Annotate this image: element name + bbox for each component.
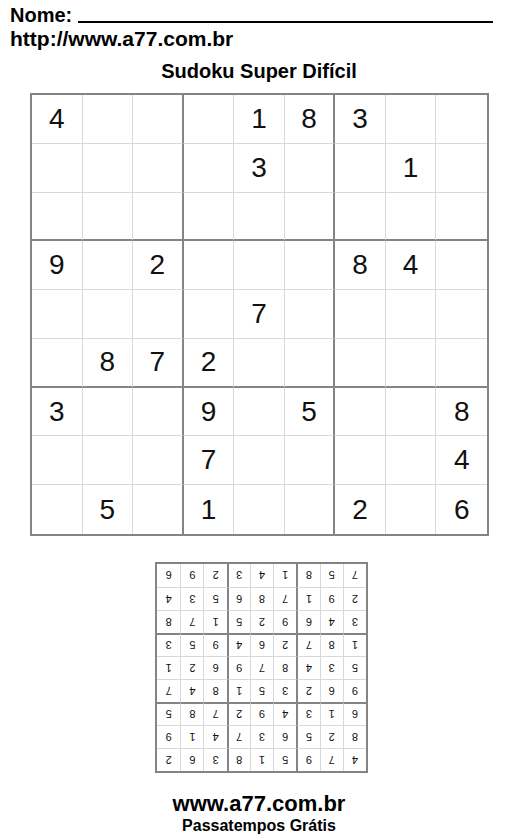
solution-cell: 4 <box>343 748 366 771</box>
sudoku-cell <box>184 241 235 290</box>
sudoku-cell: 2 <box>184 339 235 388</box>
solution-cell: 8 <box>273 656 296 679</box>
sudoku-cell <box>234 339 285 388</box>
sudoku-cell: 3 <box>234 144 285 193</box>
solution-cell: 8 <box>227 748 250 771</box>
sudoku-cell <box>234 436 285 485</box>
sudoku-cell <box>386 436 437 485</box>
sudoku-cell <box>335 290 386 339</box>
solution-cell: 8 <box>296 564 319 587</box>
sudoku-cell: 8 <box>83 339 134 388</box>
solution-cell: 5 <box>227 610 250 633</box>
name-label: Nome: <box>10 4 72 27</box>
sudoku-worksheet: Nome: http://www.a77.com.br Sudoku Super… <box>0 0 518 840</box>
solution-cell: 3 <box>343 610 366 633</box>
sudoku-cell <box>83 144 134 193</box>
solution-cell: 4 <box>296 656 319 679</box>
sudoku-cell <box>83 241 134 290</box>
solution-cell: 8 <box>250 587 273 610</box>
solution-cell: 7 <box>203 702 226 725</box>
sudoku-cell <box>234 485 285 534</box>
solution-cell: 3 <box>227 564 250 587</box>
sudoku-cell <box>133 290 184 339</box>
sudoku-cell <box>184 95 235 144</box>
page-title: Sudoku Super Difícil <box>0 60 518 83</box>
solution-cell: 9 <box>203 633 226 656</box>
sudoku-cell: 4 <box>386 241 437 290</box>
sudoku-cell <box>386 485 437 534</box>
sudoku-cell <box>32 436 83 485</box>
solution-cell: 6 <box>343 702 366 725</box>
sudoku-grid: 418331928478723958745126 <box>30 93 489 536</box>
sudoku-cell <box>32 339 83 388</box>
sudoku-cell: 9 <box>32 241 83 290</box>
sudoku-cell <box>83 290 134 339</box>
sudoku-cell: 7 <box>234 290 285 339</box>
solution-cell: 9 <box>296 748 319 771</box>
sudoku-cell <box>83 193 134 242</box>
solution-cell: 1 <box>273 564 296 587</box>
sudoku-cell <box>234 241 285 290</box>
solution-cell: 5 <box>250 679 273 702</box>
solution-cell: 3 <box>320 656 343 679</box>
sudoku-cell <box>285 436 336 485</box>
solution-cell: 3 <box>296 702 319 725</box>
name-fill-line <box>78 21 493 23</box>
sudoku-cell <box>386 193 437 242</box>
solution-cell: 4 <box>320 610 343 633</box>
solution-cell: 5 <box>273 748 296 771</box>
sudoku-cell <box>436 193 487 242</box>
sudoku-cell <box>133 95 184 144</box>
solution-cell: 1 <box>343 633 366 656</box>
solution-cell: 1 <box>203 610 226 633</box>
sudoku-cell: 1 <box>234 95 285 144</box>
footer-tagline: Passatempos Grátis <box>0 817 518 835</box>
solution-cell: 7 <box>343 564 366 587</box>
solution-cell: 5 <box>343 656 366 679</box>
solution-cell: 1 <box>320 702 343 725</box>
solution-cell: 3 <box>180 587 203 610</box>
solution-cell: 9 <box>157 725 180 748</box>
sudoku-cell: 1 <box>184 485 235 534</box>
sudoku-cell <box>32 485 83 534</box>
sudoku-cell: 9 <box>184 388 235 437</box>
solution-grid: 4795183628256374196134927859623518475348… <box>155 562 368 773</box>
solution-cell: 2 <box>227 702 250 725</box>
sudoku-cell <box>133 388 184 437</box>
sudoku-cell: 7 <box>133 339 184 388</box>
sudoku-cell: 3 <box>335 95 386 144</box>
solution-cell: 6 <box>250 633 273 656</box>
sudoku-cell: 3 <box>32 388 83 437</box>
solution-cell: 6 <box>157 564 180 587</box>
sudoku-cell <box>285 144 336 193</box>
sudoku-cell <box>436 339 487 388</box>
solution-cell: 9 <box>320 587 343 610</box>
solution-cell: 3 <box>250 725 273 748</box>
sudoku-cell <box>184 290 235 339</box>
sudoku-cell <box>335 193 386 242</box>
solution-cell: 7 <box>250 656 273 679</box>
sudoku-cell <box>386 290 437 339</box>
sudoku-cell <box>83 95 134 144</box>
solution-cell: 9 <box>343 679 366 702</box>
solution-cell: 5 <box>203 587 226 610</box>
sudoku-cell <box>32 144 83 193</box>
solution-cell: 1 <box>157 656 180 679</box>
solution-cell: 4 <box>180 679 203 702</box>
solution-cell: 3 <box>273 679 296 702</box>
sudoku-cell: 5 <box>285 388 336 437</box>
solution-cell: 8 <box>320 633 343 656</box>
solution-cell: 7 <box>157 679 180 702</box>
solution-cell: 2 <box>273 633 296 656</box>
sudoku-cell: 8 <box>285 95 336 144</box>
solution-cell: 5 <box>180 633 203 656</box>
sudoku-cell <box>184 193 235 242</box>
sudoku-cell <box>234 388 285 437</box>
solution-cell: 2 <box>320 725 343 748</box>
sudoku-cell: 2 <box>133 241 184 290</box>
solution-cell: 3 <box>157 633 180 656</box>
sudoku-cell <box>133 436 184 485</box>
sudoku-cell <box>335 339 386 388</box>
sudoku-cell <box>32 193 83 242</box>
sudoku-cell: 8 <box>335 241 386 290</box>
solution-cell: 1 <box>250 748 273 771</box>
sudoku-cell <box>335 144 386 193</box>
solution-cell: 2 <box>180 656 203 679</box>
sudoku-cell <box>32 290 83 339</box>
solution-cell: 8 <box>343 725 366 748</box>
sudoku-cell <box>335 436 386 485</box>
solution-cell: 9 <box>273 610 296 633</box>
sudoku-cell <box>285 241 336 290</box>
solution-cell: 2 <box>343 587 366 610</box>
solution-cell: 7 <box>227 725 250 748</box>
solution-cell: 6 <box>180 748 203 771</box>
solution-cell: 2 <box>250 610 273 633</box>
solution-cell: 6 <box>203 656 226 679</box>
solution-cell: 8 <box>180 702 203 725</box>
solution-cell: 2 <box>157 748 180 771</box>
sudoku-cell <box>386 95 437 144</box>
sudoku-cell <box>133 193 184 242</box>
solution-cell: 3 <box>203 748 226 771</box>
solution-cell: 4 <box>157 587 180 610</box>
solution-cell: 9 <box>250 702 273 725</box>
solution-cell: 4 <box>273 702 296 725</box>
solution-cell: 5 <box>320 564 343 587</box>
sudoku-cell <box>133 485 184 534</box>
solution-cell: 7 <box>180 610 203 633</box>
sudoku-cell: 2 <box>335 485 386 534</box>
solution-cell: 6 <box>273 725 296 748</box>
sudoku-cell <box>83 436 134 485</box>
solution-cell: 1 <box>227 679 250 702</box>
solution-cell: 9 <box>227 656 250 679</box>
solution-cell: 1 <box>296 587 319 610</box>
solution-cell: 2 <box>296 679 319 702</box>
sudoku-cell <box>335 388 386 437</box>
header-url: http://www.a77.com.br <box>10 27 233 51</box>
sudoku-cell: 8 <box>436 388 487 437</box>
solution-cell: 5 <box>296 725 319 748</box>
sudoku-cell: 4 <box>436 436 487 485</box>
solution-cell: 5 <box>157 702 180 725</box>
solution-cell: 4 <box>203 725 226 748</box>
sudoku-cell: 6 <box>436 485 487 534</box>
sudoku-cell <box>386 388 437 437</box>
solution-cell: 7 <box>296 633 319 656</box>
solution-cell: 6 <box>296 610 319 633</box>
sudoku-cell <box>285 290 336 339</box>
sudoku-cell <box>184 144 235 193</box>
solution-cell: 7 <box>273 587 296 610</box>
sudoku-cell <box>436 290 487 339</box>
solution-cell: 2 <box>203 564 226 587</box>
footer-site: www.a77.com.br <box>0 791 518 817</box>
solution-cell: 8 <box>203 679 226 702</box>
sudoku-cell <box>285 339 336 388</box>
sudoku-cell <box>436 144 487 193</box>
sudoku-cell: 1 <box>386 144 437 193</box>
sudoku-cell <box>285 485 336 534</box>
solution-cell: 8 <box>157 610 180 633</box>
sudoku-cell <box>83 388 134 437</box>
solution-cell: 6 <box>320 679 343 702</box>
sudoku-cell: 4 <box>32 95 83 144</box>
sudoku-cell <box>436 95 487 144</box>
sudoku-cell <box>133 144 184 193</box>
sudoku-cell: 5 <box>83 485 134 534</box>
sudoku-cell <box>386 339 437 388</box>
sudoku-cell: 7 <box>184 436 235 485</box>
solution-cell: 4 <box>227 633 250 656</box>
sudoku-cell <box>234 193 285 242</box>
solution-cell: 1 <box>180 725 203 748</box>
solution-cell: 9 <box>180 564 203 587</box>
sudoku-cell <box>436 241 487 290</box>
solution-cell: 4 <box>250 564 273 587</box>
solution-cell: 6 <box>227 587 250 610</box>
solution-cell: 7 <box>320 748 343 771</box>
sudoku-cell <box>285 193 336 242</box>
